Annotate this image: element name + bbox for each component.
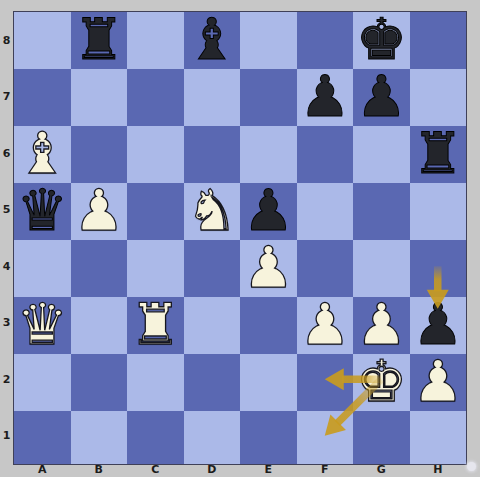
square-h3[interactable]: ♟	[410, 297, 467, 354]
square-a3[interactable]: ♛	[14, 297, 71, 354]
square-d2[interactable]	[184, 354, 241, 411]
square-d5[interactable]: ♞	[184, 183, 241, 240]
square-e4[interactable]: ♟	[240, 240, 297, 297]
square-c1[interactable]	[127, 411, 184, 464]
piece-white-rook[interactable]: ♜	[130, 296, 181, 353]
square-b3[interactable]	[71, 297, 128, 354]
square-a8[interactable]	[14, 12, 71, 69]
square-f2[interactable]	[297, 354, 354, 411]
square-g3[interactable]: ♟	[353, 297, 410, 354]
square-d6[interactable]	[184, 126, 241, 183]
square-c5[interactable]	[127, 183, 184, 240]
square-e5[interactable]: ♟	[240, 183, 297, 240]
square-c6[interactable]	[127, 126, 184, 183]
square-f6[interactable]	[297, 126, 354, 183]
piece-black-rook[interactable]: ♜	[412, 125, 463, 182]
square-f3[interactable]: ♟	[297, 297, 354, 354]
piece-white-pawn[interactable]: ♟	[412, 353, 463, 410]
square-c2[interactable]	[127, 354, 184, 411]
square-c3[interactable]: ♜	[127, 297, 184, 354]
piece-black-king[interactable]: ♚	[356, 11, 407, 68]
square-h5[interactable]	[410, 183, 467, 240]
square-g2[interactable]: ♚	[353, 354, 410, 411]
square-a2[interactable]	[14, 354, 71, 411]
piece-black-pawn[interactable]: ♟	[412, 296, 463, 353]
square-e1[interactable]	[240, 411, 297, 464]
rank-label-2: 2	[0, 351, 13, 408]
square-a4[interactable]	[14, 240, 71, 297]
square-d8[interactable]: ♝	[184, 12, 241, 69]
square-g1[interactable]	[353, 411, 410, 464]
square-a1[interactable]	[14, 411, 71, 464]
chess-app-stage: 87654321 ABCDEFGH ♜♝♚♟♟♝♜♛♟♞♟♟♛♜♟♟♟♚♟	[0, 0, 480, 477]
square-b5[interactable]: ♟	[71, 183, 128, 240]
rank-label-4: 4	[0, 238, 13, 295]
rank-label-8: 8	[0, 12, 13, 69]
square-c4[interactable]	[127, 240, 184, 297]
square-f8[interactable]	[297, 12, 354, 69]
square-h6[interactable]: ♜	[410, 126, 467, 183]
square-a6[interactable]: ♝	[14, 126, 71, 183]
piece-white-bishop[interactable]: ♝	[17, 125, 68, 182]
square-h1[interactable]	[410, 411, 467, 464]
square-d3[interactable]	[184, 297, 241, 354]
square-b7[interactable]	[71, 69, 128, 126]
square-h4[interactable]	[410, 240, 467, 297]
rank-label-5: 5	[0, 182, 13, 239]
square-f4[interactable]	[297, 240, 354, 297]
square-g8[interactable]: ♚	[353, 12, 410, 69]
square-f5[interactable]	[297, 183, 354, 240]
piece-white-king[interactable]: ♚	[356, 353, 407, 410]
square-e8[interactable]	[240, 12, 297, 69]
piece-black-queen[interactable]: ♛	[17, 182, 68, 239]
square-g6[interactable]	[353, 126, 410, 183]
square-f1[interactable]	[297, 411, 354, 464]
square-h7[interactable]	[410, 69, 467, 126]
square-e3[interactable]	[240, 297, 297, 354]
square-g4[interactable]	[353, 240, 410, 297]
rank-label-3: 3	[0, 295, 13, 352]
piece-black-pawn[interactable]: ♟	[243, 182, 294, 239]
square-d4[interactable]	[184, 240, 241, 297]
piece-white-pawn[interactable]: ♟	[299, 296, 350, 353]
square-e6[interactable]	[240, 126, 297, 183]
piece-black-rook[interactable]: ♜	[73, 11, 124, 68]
square-g5[interactable]	[353, 183, 410, 240]
rank-labels: 87654321	[0, 12, 13, 464]
square-f7[interactable]: ♟	[297, 69, 354, 126]
piece-white-knight[interactable]: ♞	[186, 182, 237, 239]
rank-label-1: 1	[0, 408, 13, 465]
square-b6[interactable]	[71, 126, 128, 183]
rank-label-6: 6	[0, 125, 13, 182]
square-a7[interactable]	[14, 69, 71, 126]
piece-white-pawn[interactable]: ♟	[356, 296, 407, 353]
square-c7[interactable]	[127, 69, 184, 126]
piece-black-bishop[interactable]: ♝	[186, 11, 237, 68]
square-h8[interactable]	[410, 12, 467, 69]
square-a5[interactable]: ♛	[14, 183, 71, 240]
square-g7[interactable]: ♟	[353, 69, 410, 126]
rank-label-7: 7	[0, 69, 13, 126]
square-b4[interactable]	[71, 240, 128, 297]
square-e7[interactable]	[240, 69, 297, 126]
square-d1[interactable]	[184, 411, 241, 464]
square-b8[interactable]: ♜	[71, 12, 128, 69]
square-e2[interactable]	[240, 354, 297, 411]
piece-black-pawn[interactable]: ♟	[299, 68, 350, 125]
square-h2[interactable]: ♟	[410, 354, 467, 411]
piece-white-pawn[interactable]: ♟	[73, 182, 124, 239]
square-d7[interactable]	[184, 69, 241, 126]
corner-dot	[467, 462, 476, 471]
piece-white-queen[interactable]: ♛	[17, 296, 68, 353]
square-c8[interactable]	[127, 12, 184, 69]
square-b2[interactable]	[71, 354, 128, 411]
piece-white-pawn[interactable]: ♟	[243, 239, 294, 296]
piece-black-pawn[interactable]: ♟	[356, 68, 407, 125]
square-b1[interactable]	[71, 411, 128, 464]
chess-board[interactable]: ♜♝♚♟♟♝♜♛♟♞♟♟♛♜♟♟♟♚♟	[13, 11, 467, 465]
